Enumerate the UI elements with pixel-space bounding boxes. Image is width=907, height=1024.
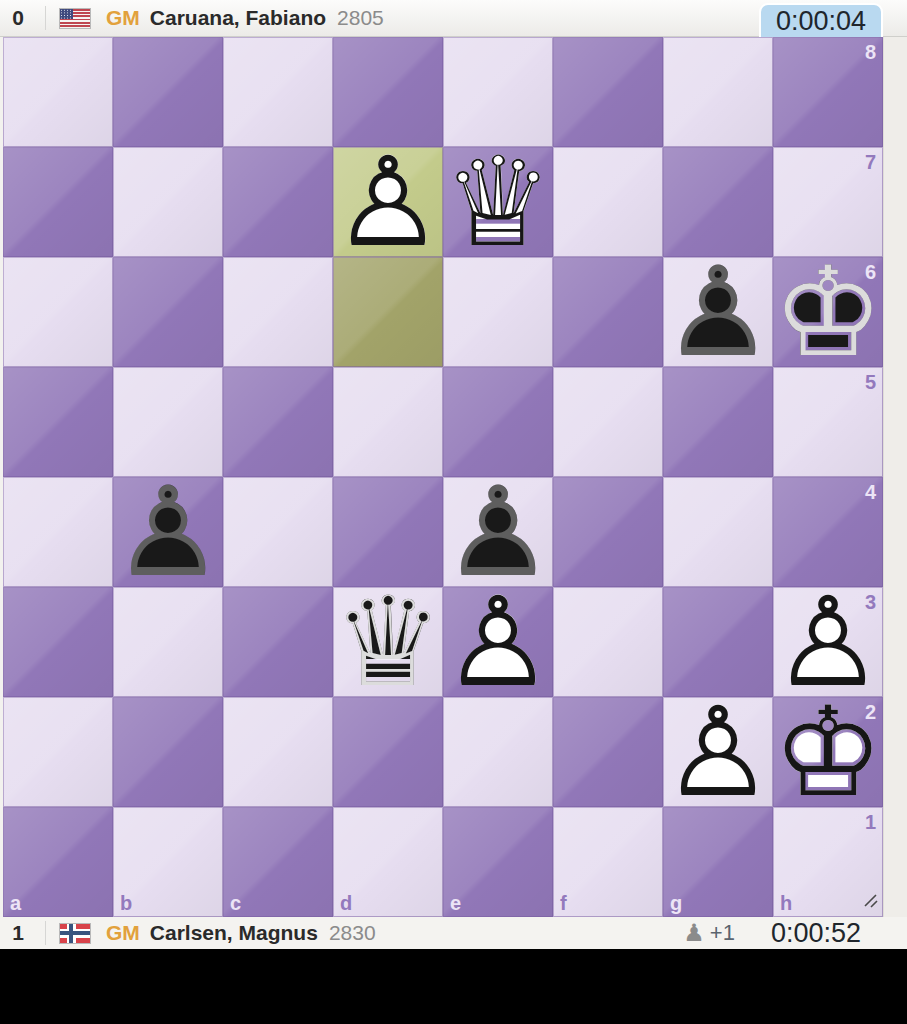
- square-c6[interactable]: [223, 257, 333, 367]
- score-separator: [45, 921, 46, 945]
- resize-handle-icon[interactable]: [861, 891, 881, 911]
- square-c7[interactable]: [223, 147, 333, 257]
- square-e3[interactable]: ♟♙: [443, 587, 553, 697]
- square-a4[interactable]: [3, 477, 113, 587]
- top-player-clock: 0:00:04: [759, 3, 883, 37]
- square-e1[interactable]: e: [443, 807, 553, 917]
- square-f7[interactable]: [553, 147, 663, 257]
- letterbox-bottom: [0, 949, 907, 1024]
- square-b6[interactable]: [113, 257, 223, 367]
- square-a5[interactable]: [3, 367, 113, 477]
- us-flag-icon: [59, 8, 91, 29]
- square-d6[interactable]: [333, 257, 443, 367]
- square-e5[interactable]: [443, 367, 553, 477]
- square-g1[interactable]: g: [663, 807, 773, 917]
- square-a2[interactable]: [3, 697, 113, 807]
- rank-label-5: 5: [865, 372, 876, 392]
- rank-label-8: 8: [865, 42, 876, 62]
- square-c5[interactable]: [223, 367, 333, 477]
- square-d4[interactable]: [333, 477, 443, 587]
- square-h6[interactable]: ♚♔6: [773, 257, 883, 367]
- square-h4[interactable]: 4: [773, 477, 883, 587]
- file-label-b: b: [120, 893, 132, 913]
- square-a7[interactable]: [3, 147, 113, 257]
- square-c2[interactable]: [223, 697, 333, 807]
- rank-label-2: 2: [865, 702, 876, 722]
- file-label-h: h: [780, 893, 792, 913]
- broadcast-board-window: 0 GM Caruana, Fabiano 2805 0:00:04 8♟♙♛♕…: [0, 0, 907, 1024]
- square-b3[interactable]: [113, 587, 223, 697]
- square-g8[interactable]: [663, 37, 773, 147]
- square-e6[interactable]: [443, 257, 553, 367]
- material-advantage-value: +1: [710, 920, 735, 946]
- square-e8[interactable]: [443, 37, 553, 147]
- square-c1[interactable]: c: [223, 807, 333, 917]
- norway-flag-icon: [59, 923, 91, 944]
- square-f2[interactable]: [553, 697, 663, 807]
- rank-label-6: 6: [865, 262, 876, 282]
- file-label-e: e: [450, 893, 461, 913]
- pawn-icon: ♟: [683, 921, 705, 945]
- square-f4[interactable]: [553, 477, 663, 587]
- black-pawn[interactable]: ♟♙: [113, 477, 223, 587]
- square-g2[interactable]: ♟♙: [663, 697, 773, 807]
- square-g3[interactable]: [663, 587, 773, 697]
- square-a8[interactable]: [3, 37, 113, 147]
- square-g5[interactable]: [663, 367, 773, 477]
- rank-label-4: 4: [865, 482, 876, 502]
- bottom-player-bar: 1 GM Carlsen, Magnus 2830 ♟ +1 0:00:52: [0, 917, 907, 949]
- black-pawn[interactable]: ♟♙: [443, 477, 553, 587]
- file-label-c: c: [230, 893, 241, 913]
- square-a6[interactable]: [3, 257, 113, 367]
- bottom-player-name: Carlsen, Magnus: [150, 921, 318, 945]
- square-c8[interactable]: [223, 37, 333, 147]
- top-player-score: 0: [0, 6, 36, 30]
- square-h8[interactable]: 8: [773, 37, 883, 147]
- square-a1[interactable]: a: [3, 807, 113, 917]
- square-g6[interactable]: ♟♙: [663, 257, 773, 367]
- square-d7[interactable]: ♟♙: [333, 147, 443, 257]
- top-player-bar: 0 GM Caruana, Fabiano 2805 0:00:04: [0, 0, 907, 37]
- square-f6[interactable]: [553, 257, 663, 367]
- white-queen[interactable]: ♛♕: [443, 147, 553, 257]
- bottom-player-score: 1: [0, 921, 36, 945]
- square-d5[interactable]: [333, 367, 443, 477]
- square-f5[interactable]: [553, 367, 663, 477]
- square-h2[interactable]: ♚♔2: [773, 697, 883, 807]
- bottom-player-title: GM: [106, 921, 140, 945]
- square-h3[interactable]: ♟♙3: [773, 587, 883, 697]
- rank-label-3: 3: [865, 592, 876, 612]
- top-clock-time: 0:00:04: [776, 6, 866, 37]
- square-c3[interactable]: [223, 587, 333, 697]
- black-pawn[interactable]: ♟♙: [663, 257, 773, 367]
- square-b1[interactable]: b: [113, 807, 223, 917]
- top-player-name: Caruana, Fabiano: [150, 6, 326, 30]
- score-separator: [45, 6, 46, 30]
- square-a3[interactable]: [3, 587, 113, 697]
- square-d2[interactable]: [333, 697, 443, 807]
- black-queen[interactable]: ♛♕: [333, 587, 443, 697]
- square-e7[interactable]: ♛♕: [443, 147, 553, 257]
- square-f1[interactable]: f: [553, 807, 663, 917]
- square-h5[interactable]: 5: [773, 367, 883, 477]
- square-d3[interactable]: ♛♕: [333, 587, 443, 697]
- square-f3[interactable]: [553, 587, 663, 697]
- square-g4[interactable]: [663, 477, 773, 587]
- rank-label-7: 7: [865, 152, 876, 172]
- white-pawn[interactable]: ♟♙: [333, 147, 443, 257]
- square-g7[interactable]: [663, 147, 773, 257]
- bottom-clock-time: 0:00:52: [771, 918, 861, 948]
- material-balance: ♟ +1: [683, 920, 735, 946]
- square-b5[interactable]: [113, 367, 223, 477]
- white-pawn[interactable]: ♟♙: [663, 697, 773, 807]
- file-label-f: f: [560, 893, 567, 913]
- square-e4[interactable]: ♟♙: [443, 477, 553, 587]
- file-label-a: a: [10, 893, 21, 913]
- file-label-g: g: [670, 893, 682, 913]
- bottom-player-clock: 0:00:52: [771, 918, 861, 949]
- top-player-title: GM: [106, 6, 140, 30]
- top-player-rating: 2805: [337, 6, 384, 30]
- board-right-margin: [883, 37, 907, 917]
- square-b7[interactable]: [113, 147, 223, 257]
- rank-label-1: 1: [865, 812, 876, 832]
- file-label-d: d: [340, 893, 352, 913]
- white-pawn[interactable]: ♟♙: [443, 587, 553, 697]
- square-b2[interactable]: [113, 697, 223, 807]
- square-b4[interactable]: ♟♙: [113, 477, 223, 587]
- bottom-player-rating: 2830: [329, 921, 376, 945]
- square-b8[interactable]: [113, 37, 223, 147]
- square-c4[interactable]: [223, 477, 333, 587]
- square-h7[interactable]: 7: [773, 147, 883, 257]
- square-d8[interactable]: [333, 37, 443, 147]
- chess-board: 8♟♙♛♕7♟♙♚♔65♟♙♟♙4♛♕♟♙♟♙3♟♙♚♔2abcdefg1h: [3, 37, 883, 917]
- square-f8[interactable]: [553, 37, 663, 147]
- square-d1[interactable]: d: [333, 807, 443, 917]
- square-e2[interactable]: [443, 697, 553, 807]
